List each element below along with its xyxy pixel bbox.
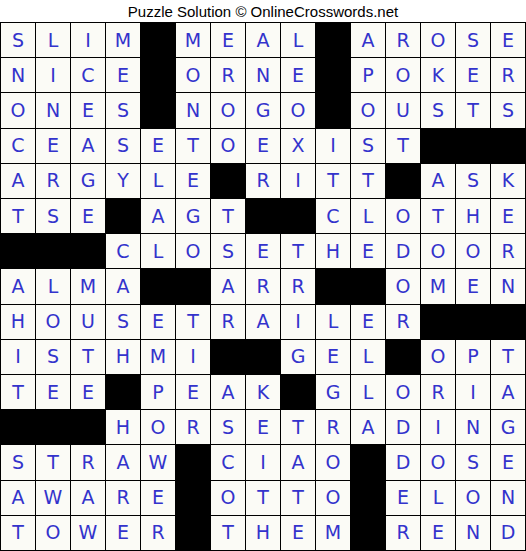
letter-cell-r8c12: O: [386, 269, 420, 303]
letter-cell-r6c11: L: [351, 199, 385, 233]
letter-cell-r1c2: L: [36, 23, 70, 57]
letter-cell-r6c3: E: [71, 199, 105, 233]
letter-cell-r12c10: R: [316, 410, 350, 444]
letter-cell-r1c7: E: [211, 23, 245, 57]
letter-cell-r15c9: E: [281, 516, 315, 550]
letter-cell-r11c3: E: [71, 375, 105, 409]
letter-cell-r1c13: O: [421, 23, 455, 57]
letter-cell-r4c4: S: [106, 129, 140, 163]
letter-cell-r13c15: E: [491, 445, 525, 479]
letter-cell-r4c1: C: [1, 129, 35, 163]
letter-cell-r13c4: A: [106, 445, 140, 479]
letter-cell-r9c7: R: [211, 305, 245, 339]
letter-cell-r9c8: A: [246, 305, 280, 339]
letter-cell-r5c15: K: [491, 164, 525, 198]
letter-cell-r1c6: M: [176, 23, 210, 57]
letter-cell-r1c8: A: [246, 23, 280, 57]
crossword-grid: SLIMMEALAROSENICEORNEPOKERONESNOGOOUSTSC…: [0, 22, 526, 551]
letter-cell-r5c5: L: [141, 164, 175, 198]
letter-cell-r2c6: O: [176, 58, 210, 92]
letter-cell-r4c9: X: [281, 129, 315, 163]
letter-cell-r12c11: A: [351, 410, 385, 444]
letter-cell-r6c14: H: [456, 199, 490, 233]
letter-cell-r3c11: O: [351, 93, 385, 127]
letter-cell-r10c5: M: [141, 340, 175, 374]
letter-cell-r7c6: O: [176, 234, 210, 268]
block-cell-r6c8: [246, 199, 280, 233]
letter-cell-r11c7: A: [211, 375, 245, 409]
letter-cell-r13c8: I: [246, 445, 280, 479]
letter-cell-r1c12: R: [386, 23, 420, 57]
letter-cell-r9c11: E: [351, 305, 385, 339]
letter-cell-r14c7: O: [211, 481, 245, 515]
block-cell-r14c11: [351, 481, 385, 515]
block-cell-r8c5: [141, 269, 175, 303]
letter-cell-r6c6: G: [176, 199, 210, 233]
letter-cell-r7c10: H: [316, 234, 350, 268]
letter-cell-r10c10: E: [316, 340, 350, 374]
letter-cell-r2c8: N: [246, 58, 280, 92]
letter-cell-r2c11: P: [351, 58, 385, 92]
letter-cell-r14c15: N: [491, 481, 525, 515]
letter-cell-r14c2: W: [36, 481, 70, 515]
letter-cell-r8c7: A: [211, 269, 245, 303]
letter-cell-r2c7: R: [211, 58, 245, 92]
letter-cell-r14c12: E: [386, 481, 420, 515]
letter-cell-r10c3: T: [71, 340, 105, 374]
letter-cell-r7c8: E: [246, 234, 280, 268]
letter-cell-r4c10: I: [316, 129, 350, 163]
letter-cell-r3c2: N: [36, 93, 70, 127]
letter-cell-r9c4: S: [106, 305, 140, 339]
letter-cell-r13c5: W: [141, 445, 175, 479]
block-cell-r8c10: [316, 269, 350, 303]
letter-cell-r14c4: R: [106, 481, 140, 515]
block-cell-r11c9: [281, 375, 315, 409]
letter-cell-r7c13: O: [421, 234, 455, 268]
block-cell-r6c4: [106, 199, 140, 233]
letter-cell-r6c12: O: [386, 199, 420, 233]
letter-cell-r15c10: M: [316, 516, 350, 550]
block-cell-r15c11: [351, 516, 385, 550]
letter-cell-r13c1: S: [1, 445, 35, 479]
letter-cell-r13c10: O: [316, 445, 350, 479]
letter-cell-r2c12: O: [386, 58, 420, 92]
letter-cell-r5c1: A: [1, 164, 35, 198]
letter-cell-r4c12: T: [386, 129, 420, 163]
letter-cell-r15c13: E: [421, 516, 455, 550]
letter-cell-r2c14: E: [456, 58, 490, 92]
letter-cell-r12c14: N: [456, 410, 490, 444]
block-cell-r12c2: [36, 410, 70, 444]
letter-cell-r7c7: S: [211, 234, 245, 268]
letter-cell-r5c3: G: [71, 164, 105, 198]
letter-cell-r14c5: E: [141, 481, 175, 515]
letter-cell-r13c14: S: [456, 445, 490, 479]
letter-cell-r12c9: T: [281, 410, 315, 444]
block-cell-r7c1: [1, 234, 35, 268]
letter-cell-r13c3: R: [71, 445, 105, 479]
page-title: Puzzle Solution © OnlineCrosswords.net: [0, 0, 526, 22]
letter-cell-r10c6: I: [176, 340, 210, 374]
letter-cell-r10c1: I: [1, 340, 35, 374]
letter-cell-r14c13: L: [421, 481, 455, 515]
letter-cell-r5c8: R: [246, 164, 280, 198]
letter-cell-r8c15: N: [491, 269, 525, 303]
letter-cell-r15c12: R: [386, 516, 420, 550]
letter-cell-r1c4: M: [106, 23, 140, 57]
block-cell-r12c1: [1, 410, 35, 444]
letter-cell-r5c10: T: [316, 164, 350, 198]
letter-cell-r3c3: E: [71, 93, 105, 127]
letter-cell-r3c4: S: [106, 93, 140, 127]
letter-cell-r6c1: T: [1, 199, 35, 233]
letter-cell-r13c9: A: [281, 445, 315, 479]
block-cell-r4c13: [421, 129, 455, 163]
letter-cell-r13c7: C: [211, 445, 245, 479]
letter-cell-r7c15: R: [491, 234, 525, 268]
letter-cell-r9c6: T: [176, 305, 210, 339]
letter-cell-r9c5: E: [141, 305, 175, 339]
letter-cell-r6c15: E: [491, 199, 525, 233]
letter-cell-r12c7: S: [211, 410, 245, 444]
letter-cell-r5c4: Y: [106, 164, 140, 198]
letter-cell-r10c9: G: [281, 340, 315, 374]
letter-cell-r5c9: I: [281, 164, 315, 198]
letter-cell-r2c9: E: [281, 58, 315, 92]
letter-cell-r11c5: P: [141, 375, 175, 409]
letter-cell-r4c3: A: [71, 129, 105, 163]
block-cell-r8c11: [351, 269, 385, 303]
letter-cell-r3c8: G: [246, 93, 280, 127]
letter-cell-r10c11: L: [351, 340, 385, 374]
letter-cell-r8c13: M: [421, 269, 455, 303]
letter-cell-r12c12: D: [386, 410, 420, 444]
block-cell-r6c9: [281, 199, 315, 233]
block-cell-r11c4: [106, 375, 140, 409]
letter-cell-r7c11: E: [351, 234, 385, 268]
letter-cell-r11c15: A: [491, 375, 525, 409]
letter-cell-r8c9: R: [281, 269, 315, 303]
letter-cell-r15c14: N: [456, 516, 490, 550]
letter-cell-r3c9: O: [281, 93, 315, 127]
letter-cell-r3c15: S: [491, 93, 525, 127]
letter-cell-r1c1: S: [1, 23, 35, 57]
letter-cell-r1c15: E: [491, 23, 525, 57]
letter-cell-r9c12: R: [386, 305, 420, 339]
letter-cell-r1c9: L: [281, 23, 315, 57]
letter-cell-r2c3: C: [71, 58, 105, 92]
block-cell-r8c6: [176, 269, 210, 303]
letter-cell-r8c8: R: [246, 269, 280, 303]
letter-cell-r10c2: S: [36, 340, 70, 374]
letter-cell-r12c8: E: [246, 410, 280, 444]
letter-cell-r4c8: E: [246, 129, 280, 163]
letter-cell-r10c13: O: [421, 340, 455, 374]
letter-cell-r12c13: I: [421, 410, 455, 444]
letter-cell-r6c10: C: [316, 199, 350, 233]
letter-cell-r3c12: U: [386, 93, 420, 127]
letter-cell-r4c5: E: [141, 129, 175, 163]
block-cell-r2c10: [316, 58, 350, 92]
block-cell-r2c5: [141, 58, 175, 92]
letter-cell-r13c13: O: [421, 445, 455, 479]
letter-cell-r9c10: L: [316, 305, 350, 339]
letter-cell-r1c3: I: [71, 23, 105, 57]
letter-cell-r10c4: H: [106, 340, 140, 374]
letter-cell-r15c8: H: [246, 516, 280, 550]
letter-cell-r2c1: N: [1, 58, 35, 92]
block-cell-r4c14: [456, 129, 490, 163]
letter-cell-r3c6: N: [176, 93, 210, 127]
letter-cell-r8c3: M: [71, 269, 105, 303]
letter-cell-r5c6: E: [176, 164, 210, 198]
letter-cell-r15c4: E: [106, 516, 140, 550]
letter-cell-r11c6: E: [176, 375, 210, 409]
block-cell-r3c5: [141, 93, 175, 127]
letter-cell-r7c4: C: [106, 234, 140, 268]
block-cell-r4c15: [491, 129, 525, 163]
letter-cell-r3c14: T: [456, 93, 490, 127]
letter-cell-r15c3: W: [71, 516, 105, 550]
letter-cell-r5c13: A: [421, 164, 455, 198]
letter-cell-r10c14: P: [456, 340, 490, 374]
letter-cell-r12c4: H: [106, 410, 140, 444]
block-cell-r10c12: [386, 340, 420, 374]
letter-cell-r11c14: I: [456, 375, 490, 409]
letter-cell-r12c6: R: [176, 410, 210, 444]
letter-cell-r11c12: O: [386, 375, 420, 409]
letter-cell-r12c15: G: [491, 410, 525, 444]
letter-cell-r13c2: T: [36, 445, 70, 479]
letter-cell-r6c5: A: [141, 199, 175, 233]
letter-cell-r3c1: O: [1, 93, 35, 127]
block-cell-r5c12: [386, 164, 420, 198]
letter-cell-r5c2: R: [36, 164, 70, 198]
letter-cell-r8c2: L: [36, 269, 70, 303]
letter-cell-r13c12: D: [386, 445, 420, 479]
letter-cell-r1c11: A: [351, 23, 385, 57]
letter-cell-r2c13: K: [421, 58, 455, 92]
block-cell-r5c7: [211, 164, 245, 198]
block-cell-r13c6: [176, 445, 210, 479]
letter-cell-r14c8: T: [246, 481, 280, 515]
letter-cell-r8c1: A: [1, 269, 35, 303]
letter-cell-r7c9: T: [281, 234, 315, 268]
letter-cell-r11c2: E: [36, 375, 70, 409]
letter-cell-r15c1: T: [1, 516, 35, 550]
letter-cell-r14c1: A: [1, 481, 35, 515]
letter-cell-r6c7: T: [211, 199, 245, 233]
block-cell-r12c3: [71, 410, 105, 444]
letter-cell-r8c14: E: [456, 269, 490, 303]
letter-cell-r11c8: K: [246, 375, 280, 409]
letter-cell-r15c5: R: [141, 516, 175, 550]
letter-cell-r6c2: S: [36, 199, 70, 233]
letter-cell-r9c1: H: [1, 305, 35, 339]
letter-cell-r8c4: A: [106, 269, 140, 303]
letter-cell-r11c10: G: [316, 375, 350, 409]
letter-cell-r1c14: S: [456, 23, 490, 57]
letter-cell-r5c11: T: [351, 164, 385, 198]
block-cell-r3c10: [316, 93, 350, 127]
block-cell-r15c6: [176, 516, 210, 550]
letter-cell-r14c14: O: [456, 481, 490, 515]
letter-cell-r3c7: O: [211, 93, 245, 127]
block-cell-r13c11: [351, 445, 385, 479]
letter-cell-r10c15: T: [491, 340, 525, 374]
letter-cell-r4c2: E: [36, 129, 70, 163]
letter-cell-r2c2: I: [36, 58, 70, 92]
letter-cell-r7c14: O: [456, 234, 490, 268]
letter-cell-r11c11: L: [351, 375, 385, 409]
letter-cell-r4c11: S: [351, 129, 385, 163]
letter-cell-r7c12: D: [386, 234, 420, 268]
letter-cell-r14c10: O: [316, 481, 350, 515]
letter-cell-r7c5: L: [141, 234, 175, 268]
letter-cell-r5c14: S: [456, 164, 490, 198]
letter-cell-r9c3: U: [71, 305, 105, 339]
letter-cell-r15c15: D: [491, 516, 525, 550]
letter-cell-r14c3: A: [71, 481, 105, 515]
letter-cell-r3c13: S: [421, 93, 455, 127]
block-cell-r7c2: [36, 234, 70, 268]
block-cell-r14c6: [176, 481, 210, 515]
block-cell-r9c14: [456, 305, 490, 339]
letter-cell-r2c15: R: [491, 58, 525, 92]
block-cell-r7c3: [71, 234, 105, 268]
letter-cell-r4c6: T: [176, 129, 210, 163]
letter-cell-r15c2: O: [36, 516, 70, 550]
block-cell-r1c5: [141, 23, 175, 57]
block-cell-r10c8: [246, 340, 280, 374]
letter-cell-r6c13: T: [421, 199, 455, 233]
letter-cell-r9c2: O: [36, 305, 70, 339]
letter-cell-r11c13: R: [421, 375, 455, 409]
block-cell-r1c10: [316, 23, 350, 57]
letter-cell-r2c4: E: [106, 58, 140, 92]
letter-cell-r14c9: T: [281, 481, 315, 515]
letter-cell-r12c5: O: [141, 410, 175, 444]
block-cell-r10c7: [211, 340, 245, 374]
letter-cell-r9c9: I: [281, 305, 315, 339]
letter-cell-r4c7: O: [211, 129, 245, 163]
letter-cell-r15c7: T: [211, 516, 245, 550]
block-cell-r9c15: [491, 305, 525, 339]
letter-cell-r11c1: T: [1, 375, 35, 409]
block-cell-r9c13: [421, 305, 455, 339]
